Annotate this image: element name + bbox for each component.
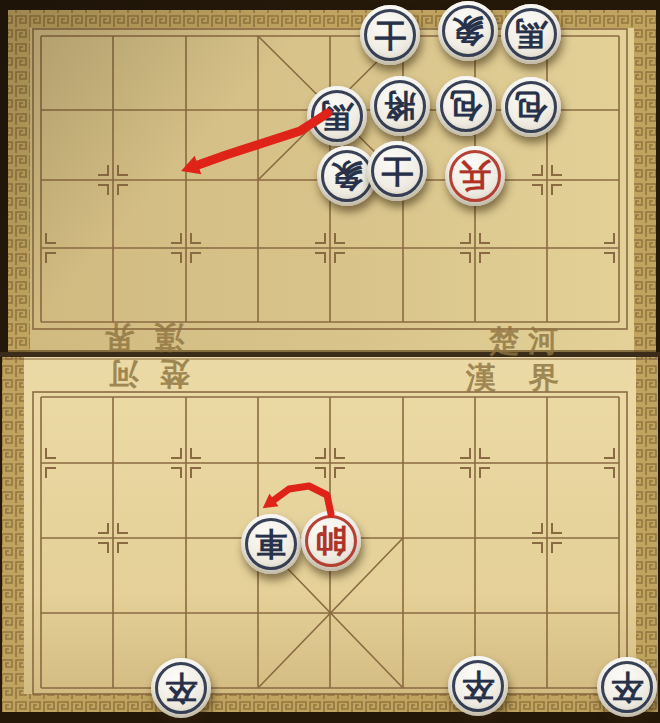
piece-character: 象 [438, 1, 498, 61]
piece-character: 包 [501, 77, 561, 137]
piece-black-cannon[interactable]: 包 [436, 76, 496, 136]
piece-character: 車 [241, 514, 301, 574]
piece-character: 卒 [597, 657, 657, 717]
piece-character: 士 [360, 5, 420, 65]
piece-character: 馬 [501, 4, 561, 64]
piece-black-horse[interactable]: 馬 [501, 4, 561, 64]
piece-character: 兵 [445, 146, 505, 206]
piece-black-soldier[interactable]: 卒 [151, 658, 211, 718]
piece-black-cannon[interactable]: 包 [501, 77, 561, 137]
piece-black-elephant[interactable]: 象 [438, 1, 498, 61]
piece-character: 包 [436, 76, 496, 136]
piece-black-general[interactable]: 將 [370, 76, 430, 136]
piece-red-general[interactable]: 帥 [301, 511, 361, 571]
piece-black-soldier[interactable]: 卒 [597, 657, 657, 717]
piece-black-horse[interactable]: 馬 [307, 86, 367, 146]
xiangqi-board-photo: 漢界 楚河 楚河 漢界 士象馬馬將包包象士兵車帥卒卒卒 [0, 0, 660, 723]
piece-character: 士 [367, 141, 427, 201]
piece-character: 帥 [301, 511, 361, 571]
piece-character: 將 [370, 76, 430, 136]
piece-red-soldier[interactable]: 兵 [445, 146, 505, 206]
piece-black-advisor[interactable]: 士 [360, 5, 420, 65]
piece-character: 卒 [448, 656, 508, 716]
pieces-layer: 士象馬馬將包包象士兵車帥卒卒卒 [0, 0, 660, 723]
piece-black-soldier[interactable]: 卒 [448, 656, 508, 716]
piece-black-chariot[interactable]: 車 [241, 514, 301, 574]
piece-character: 馬 [307, 86, 367, 146]
piece-black-advisor[interactable]: 士 [367, 141, 427, 201]
piece-character: 卒 [151, 658, 211, 718]
